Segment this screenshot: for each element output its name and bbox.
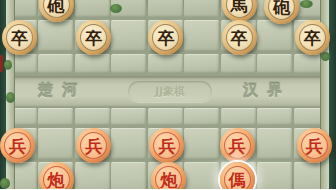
piece-glyph-red-cannon: 炮 [39, 163, 74, 190]
board-tile [257, 162, 292, 189]
piece-red-soldier[interactable]: 兵 [297, 128, 332, 163]
xiangqi-board[interactable]: 楚河 JJ象棋 汉界 砲馬砲卒卒卒卒卒兵兵兵兵兵炮炮傌 [0, 0, 336, 189]
piece-red-soldier[interactable]: 兵 [76, 128, 111, 163]
left-edge-red-fragment [0, 55, 3, 72]
board-tile [75, 54, 110, 74]
piece-red-soldier[interactable]: 兵 [149, 128, 184, 163]
board-tile [111, 162, 146, 189]
board-tile [148, 54, 183, 74]
board-tile [38, 128, 73, 160]
piece-black-cannon[interactable]: 砲 [39, 0, 74, 22]
piece-red-horse[interactable]: 傌 [220, 162, 255, 190]
piece-glyph-black-soldier: 卒 [76, 21, 111, 56]
piece-glyph-red-soldier: 兵 [220, 129, 255, 164]
piece-black-horse[interactable]: 馬 [222, 0, 257, 22]
piece-glyph-red-soldier: 兵 [149, 129, 184, 164]
piece-black-soldier[interactable]: 卒 [148, 20, 183, 55]
piece-red-cannon[interactable]: 炮 [151, 162, 186, 190]
board-tile [184, 54, 219, 74]
board-tile [184, 108, 219, 126]
piece-black-cannon[interactable]: 砲 [264, 0, 299, 24]
piece-black-soldier[interactable]: 卒 [222, 20, 257, 55]
piece-glyph-black-soldier: 卒 [222, 21, 257, 56]
piece-red-soldier[interactable]: 兵 [220, 128, 255, 163]
jj-logo-text: JJ象棋 [155, 84, 185, 99]
board-tile [75, 0, 110, 18]
moss-decoration [300, 0, 313, 8]
board-tile [257, 54, 292, 74]
board-tile [148, 108, 183, 126]
moss-decoration [0, 178, 10, 189]
piece-black-soldier[interactable]: 卒 [76, 20, 111, 55]
board-tile [75, 162, 110, 189]
board-tile [111, 54, 146, 74]
piece-red-soldier[interactable]: 兵 [0, 128, 35, 163]
board-tile [257, 20, 292, 52]
piece-red-cannon[interactable]: 炮 [39, 162, 74, 190]
piece-glyph-red-cannon: 炮 [151, 163, 186, 190]
moss-decoration [6, 92, 15, 103]
piece-glyph-red-horse: 傌 [220, 163, 255, 190]
river-label-chu-he: 楚河 [38, 81, 86, 100]
moss-decoration [110, 4, 122, 13]
board-tile [111, 108, 146, 126]
board-tile [184, 20, 219, 52]
board-tile [75, 108, 110, 126]
jj-logo-badge: JJ象棋 [128, 81, 212, 102]
game-screen: 楚河 JJ象棋 汉界 砲馬砲卒卒卒卒卒兵兵兵兵兵炮炮傌 [0, 0, 336, 189]
piece-glyph-black-soldier: 卒 [2, 21, 37, 56]
board-tile [38, 20, 73, 52]
board-tile [38, 108, 73, 126]
piece-glyph-black-cannon: 砲 [39, 0, 74, 23]
piece-glyph-red-soldier: 兵 [76, 129, 111, 164]
piece-glyph-black-soldier: 卒 [148, 21, 183, 56]
board-tile [148, 0, 183, 18]
piece-glyph-red-soldier: 兵 [0, 129, 35, 164]
piece-glyph-black-soldier: 卒 [295, 21, 330, 56]
board-tile [111, 128, 146, 160]
board-tile [111, 20, 146, 52]
board-tile [221, 108, 256, 126]
river-band: 楚河 JJ象棋 汉界 [0, 76, 336, 108]
board-tile [257, 128, 292, 160]
piece-glyph-red-soldier: 兵 [297, 129, 332, 164]
board-tile [257, 108, 292, 126]
moss-decoration [4, 60, 12, 70]
piece-black-soldier[interactable]: 卒 [295, 20, 330, 55]
board-tile [184, 0, 219, 18]
board-tile [184, 162, 219, 189]
piece-black-soldier[interactable]: 卒 [2, 20, 37, 55]
river-label-han-jie: 汉界 [243, 81, 291, 100]
board-tile [184, 128, 219, 160]
board-tile [38, 54, 73, 74]
board-tile [221, 54, 256, 74]
